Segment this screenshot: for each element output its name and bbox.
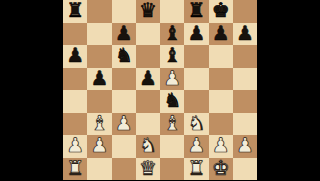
square-b1[interactable] <box>87 158 111 181</box>
square-g5[interactable] <box>209 68 233 91</box>
chess-screenshot: ♜♛♜♚♟♝♟♟♟♟♞♝♟♟♟♞♝♟♝♞♟♟♞♟♟♟♜♛♜♚ <box>0 0 320 180</box>
square-d6[interactable] <box>136 45 160 68</box>
square-h2[interactable]: ♟ <box>233 135 257 158</box>
white-bishop-b3[interactable]: ♝ <box>90 113 108 133</box>
black-bishop-e6[interactable]: ♝ <box>163 45 181 65</box>
black-knight-c6[interactable]: ♞ <box>115 45 133 65</box>
square-e7[interactable]: ♝ <box>160 23 184 46</box>
square-c1[interactable] <box>112 158 136 181</box>
square-f7[interactable]: ♟ <box>184 23 208 46</box>
square-d7[interactable] <box>136 23 160 46</box>
square-a1[interactable]: ♜ <box>63 158 87 181</box>
square-b3[interactable]: ♝ <box>87 113 111 136</box>
square-f3[interactable]: ♞ <box>184 113 208 136</box>
square-g8[interactable]: ♚ <box>209 0 233 23</box>
black-pawn-f7[interactable]: ♟ <box>187 23 205 43</box>
square-f6[interactable] <box>184 45 208 68</box>
square-b7[interactable] <box>87 23 111 46</box>
right-letterbox-bar <box>257 0 320 180</box>
white-pawn-h2[interactable]: ♟ <box>236 135 254 155</box>
square-e4[interactable]: ♞ <box>160 90 184 113</box>
square-h5[interactable] <box>233 68 257 91</box>
square-d3[interactable] <box>136 113 160 136</box>
square-c3[interactable]: ♟ <box>112 113 136 136</box>
black-bishop-e7[interactable]: ♝ <box>163 23 181 43</box>
white-bishop-e3[interactable]: ♝ <box>163 113 181 133</box>
square-f1[interactable]: ♜ <box>184 158 208 181</box>
square-g4[interactable] <box>209 90 233 113</box>
square-f8[interactable]: ♜ <box>184 0 208 23</box>
square-a4[interactable] <box>63 90 87 113</box>
white-pawn-g2[interactable]: ♟ <box>212 135 230 155</box>
square-b5[interactable]: ♟ <box>87 68 111 91</box>
square-h6[interactable] <box>233 45 257 68</box>
chess-board: ♜♛♜♚♟♝♟♟♟♟♞♝♟♟♟♞♝♟♝♞♟♟♞♟♟♟♜♛♜♚ <box>63 0 257 180</box>
white-pawn-c3[interactable]: ♟ <box>115 113 133 133</box>
square-c4[interactable] <box>112 90 136 113</box>
white-knight-f3[interactable]: ♞ <box>187 113 205 133</box>
white-pawn-f2[interactable]: ♟ <box>187 135 205 155</box>
square-e2[interactable] <box>160 135 184 158</box>
square-e5[interactable]: ♟ <box>160 68 184 91</box>
square-a7[interactable] <box>63 23 87 46</box>
square-a3[interactable] <box>63 113 87 136</box>
square-c2[interactable] <box>112 135 136 158</box>
square-c8[interactable] <box>112 0 136 23</box>
square-h7[interactable]: ♟ <box>233 23 257 46</box>
square-f4[interactable] <box>184 90 208 113</box>
white-rook-a1[interactable]: ♜ <box>66 158 84 178</box>
white-pawn-b2[interactable]: ♟ <box>90 135 108 155</box>
square-b4[interactable] <box>87 90 111 113</box>
left-letterbox-bar <box>0 0 63 180</box>
square-e8[interactable] <box>160 0 184 23</box>
white-rook-f1[interactable]: ♜ <box>187 158 205 178</box>
square-f5[interactable] <box>184 68 208 91</box>
square-h4[interactable] <box>233 90 257 113</box>
white-pawn-a2[interactable]: ♟ <box>66 135 84 155</box>
white-pawn-e5[interactable]: ♟ <box>163 68 181 88</box>
square-a2[interactable]: ♟ <box>63 135 87 158</box>
square-g7[interactable]: ♟ <box>209 23 233 46</box>
square-b2[interactable]: ♟ <box>87 135 111 158</box>
white-knight-d2[interactable]: ♞ <box>139 135 157 155</box>
square-d8[interactable]: ♛ <box>136 0 160 23</box>
black-rook-f8[interactable]: ♜ <box>187 0 205 20</box>
square-b6[interactable] <box>87 45 111 68</box>
white-king-g1[interactable]: ♚ <box>212 158 230 178</box>
square-d2[interactable]: ♞ <box>136 135 160 158</box>
black-knight-e4[interactable]: ♞ <box>163 90 181 110</box>
square-h1[interactable] <box>233 158 257 181</box>
square-d4[interactable] <box>136 90 160 113</box>
white-queen-d1[interactable]: ♛ <box>139 158 157 178</box>
square-h3[interactable] <box>233 113 257 136</box>
black-rook-a8[interactable]: ♜ <box>66 0 84 20</box>
black-king-g8[interactable]: ♚ <box>212 0 230 20</box>
square-a6[interactable]: ♟ <box>63 45 87 68</box>
square-d1[interactable]: ♛ <box>136 158 160 181</box>
square-a8[interactable]: ♜ <box>63 0 87 23</box>
square-b8[interactable] <box>87 0 111 23</box>
black-pawn-d5[interactable]: ♟ <box>139 68 157 88</box>
square-h8[interactable] <box>233 0 257 23</box>
square-c5[interactable] <box>112 68 136 91</box>
square-e3[interactable]: ♝ <box>160 113 184 136</box>
square-g6[interactable] <box>209 45 233 68</box>
square-d5[interactable]: ♟ <box>136 68 160 91</box>
square-e6[interactable]: ♝ <box>160 45 184 68</box>
square-e1[interactable] <box>160 158 184 181</box>
black-queen-d8[interactable]: ♛ <box>139 0 157 20</box>
square-f2[interactable]: ♟ <box>184 135 208 158</box>
black-pawn-h7[interactable]: ♟ <box>236 23 254 43</box>
square-c6[interactable]: ♞ <box>112 45 136 68</box>
black-pawn-b5[interactable]: ♟ <box>90 68 108 88</box>
square-c7[interactable]: ♟ <box>112 23 136 46</box>
square-a5[interactable] <box>63 68 87 91</box>
black-pawn-c7[interactable]: ♟ <box>115 23 133 43</box>
square-g1[interactable]: ♚ <box>209 158 233 181</box>
black-pawn-g7[interactable]: ♟ <box>212 23 230 43</box>
square-g2[interactable]: ♟ <box>209 135 233 158</box>
black-pawn-a6[interactable]: ♟ <box>66 45 84 65</box>
square-g3[interactable] <box>209 113 233 136</box>
